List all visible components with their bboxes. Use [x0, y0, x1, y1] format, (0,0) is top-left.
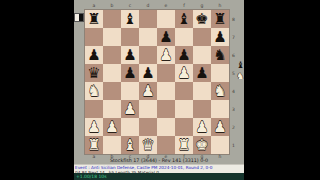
engine-eval-bar: +1.00/18 10s [74, 173, 244, 180]
rank-label: 8 [232, 10, 237, 28]
square-d3[interactable] [139, 100, 157, 118]
square-b1[interactable] [103, 136, 121, 154]
black-piece: ♟ [159, 28, 172, 46]
square-d1[interactable]: ♛ [139, 136, 157, 154]
square-h5[interactable] [211, 64, 229, 82]
white-piece: ♟ [105, 118, 118, 136]
square-d4[interactable]: ♟ [139, 82, 157, 100]
white-piece: ♞ [213, 82, 226, 100]
square-h6[interactable]: ♞ [211, 46, 229, 64]
rank-label: 4 [232, 82, 237, 100]
white-piece: ♟ [177, 64, 190, 82]
white-piece: ♝ [123, 136, 136, 154]
square-h2[interactable]: ♟ [211, 118, 229, 136]
square-d2[interactable] [139, 118, 157, 136]
square-g6[interactable] [193, 46, 211, 64]
square-a8[interactable]: ♜ [85, 10, 103, 28]
square-h4[interactable]: ♞ [211, 82, 229, 100]
square-f1[interactable]: ♜ [175, 136, 193, 154]
square-h8[interactable]: ♜ [211, 10, 229, 28]
square-f8[interactable]: ♝ [175, 10, 193, 28]
rank-label: 7 [232, 28, 237, 46]
engine-eval-text: +1.00/18 10s [76, 174, 107, 179]
captured-piece: ♝ [236, 60, 245, 70]
black-piece: ♛ [87, 64, 100, 82]
rank-labels-right: 87654321 [232, 10, 237, 154]
square-b4[interactable] [103, 82, 121, 100]
square-g1[interactable]: ♚ [193, 136, 211, 154]
square-d6[interactable] [139, 46, 157, 64]
square-f7[interactable] [175, 28, 193, 46]
square-b7[interactable] [103, 28, 121, 46]
white-piece: ♟ [195, 118, 208, 136]
file-labels-top: abcdefgh [85, 3, 229, 9]
file-label: h [211, 3, 229, 9]
square-a7[interactable] [85, 28, 103, 46]
side-to-move-indicator [74, 13, 84, 22]
square-e3[interactable] [157, 100, 175, 118]
file-label: f [175, 3, 193, 9]
captured-pieces-tray: ♝♞ [236, 60, 245, 81]
square-b8[interactable] [103, 10, 121, 28]
square-e5[interactable] [157, 64, 175, 82]
square-f5[interactable]: ♟ [175, 64, 193, 82]
square-f4[interactable] [175, 82, 193, 100]
square-e1[interactable] [157, 136, 175, 154]
square-a1[interactable]: ♜ [85, 136, 103, 154]
letterbox-left [0, 0, 74, 180]
square-d5[interactable]: ♟ [139, 64, 157, 82]
file-label: a [85, 3, 103, 9]
letterbox-right [244, 0, 320, 180]
file-label: d [139, 3, 157, 9]
captured-piece: ♞ [236, 71, 245, 81]
rank-label: 3 [232, 100, 237, 118]
square-g3[interactable] [193, 100, 211, 118]
black-piece: ♟ [177, 46, 190, 64]
white-piece: ♜ [87, 136, 100, 154]
square-d7[interactable] [139, 28, 157, 46]
black-piece: ♟ [141, 64, 154, 82]
square-g8[interactable]: ♚ [193, 10, 211, 28]
square-a6[interactable]: ♟ [85, 46, 103, 64]
white-piece: ♛ [141, 136, 154, 154]
rank-label: 1 [232, 136, 237, 154]
square-g5[interactable]: ♟ [193, 64, 211, 82]
square-h1[interactable] [211, 136, 229, 154]
black-piece: ♟ [87, 46, 100, 64]
square-c8[interactable]: ♝ [121, 10, 139, 28]
white-piece: ♟ [141, 82, 154, 100]
square-c4[interactable] [121, 82, 139, 100]
black-piece: ♜ [87, 10, 100, 28]
square-f6[interactable]: ♟ [175, 46, 193, 64]
file-label: e [157, 3, 175, 9]
square-f2[interactable] [175, 118, 193, 136]
square-e2[interactable] [157, 118, 175, 136]
black-piece: ♟ [123, 46, 136, 64]
white-piece: ♟ [159, 46, 172, 64]
black-swatch [79, 14, 83, 21]
square-b6[interactable] [103, 46, 121, 64]
square-c1[interactable]: ♝ [121, 136, 139, 154]
white-piece: ♟ [123, 100, 136, 118]
black-piece: ♟ [213, 28, 226, 46]
square-c7[interactable] [121, 28, 139, 46]
white-piece: ♟ [87, 118, 100, 136]
square-b3[interactable] [103, 100, 121, 118]
square-e4[interactable] [157, 82, 175, 100]
video-frame: { "game": "chess", "position": { "fen": … [0, 0, 320, 180]
black-piece: ♟ [123, 64, 136, 82]
square-c2[interactable] [121, 118, 139, 136]
file-label: c [121, 3, 139, 9]
square-a3[interactable] [85, 100, 103, 118]
white-piece: ♜ [177, 136, 190, 154]
board: ♜♝♝♚♜♟♟♟♟♟♟♞♛♟♟♟♟♞♟♞♟♟♟♟♟♜♝♛♜♚ [85, 10, 229, 154]
black-piece: ♝ [177, 10, 190, 28]
square-b2[interactable]: ♟ [103, 118, 121, 136]
square-c3[interactable]: ♟ [121, 100, 139, 118]
square-g4[interactable] [193, 82, 211, 100]
square-a2[interactable]: ♟ [85, 118, 103, 136]
square-h7[interactable]: ♟ [211, 28, 229, 46]
file-label: b [103, 3, 121, 9]
square-e7[interactable]: ♟ [157, 28, 175, 46]
square-a5[interactable]: ♛ [85, 64, 103, 82]
square-b5[interactable] [103, 64, 121, 82]
square-d8[interactable] [139, 10, 157, 28]
white-piece: ♚ [195, 136, 208, 154]
rank-label: 2 [232, 118, 237, 136]
square-g2[interactable]: ♟ [193, 118, 211, 136]
square-g7[interactable] [193, 28, 211, 46]
black-piece: ♜ [213, 10, 226, 28]
square-c6[interactable]: ♟ [121, 46, 139, 64]
square-h3[interactable] [211, 100, 229, 118]
square-e6[interactable]: ♟ [157, 46, 175, 64]
square-f3[interactable] [175, 100, 193, 118]
black-piece: ♟ [195, 64, 208, 82]
black-piece: ♝ [123, 10, 136, 28]
white-piece: ♟ [213, 118, 226, 136]
black-piece: ♞ [213, 46, 226, 64]
file-label: g [193, 3, 211, 9]
square-c5[interactable]: ♟ [121, 64, 139, 82]
black-piece: ♚ [195, 10, 208, 28]
chess-gui: abcdefgh ♜♝♝♚♜♟♟♟♟♟♟♞♛♟♟♟♟♞♟♞♟♟♟♟♟♜♝♛♜♚ … [74, 0, 244, 180]
square-e8[interactable] [157, 10, 175, 28]
white-piece: ♞ [87, 82, 100, 100]
square-a4[interactable]: ♞ [85, 82, 103, 100]
